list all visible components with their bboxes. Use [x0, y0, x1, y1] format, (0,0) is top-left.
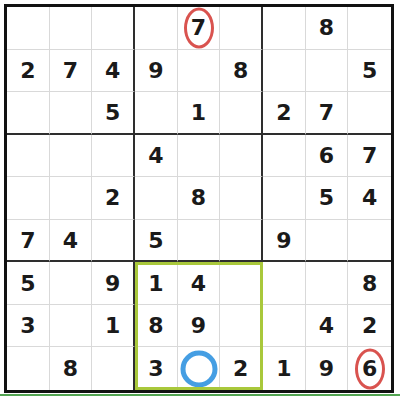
sudoku-cell-r8c8[interactable]: 4: [306, 305, 349, 348]
sudoku-cell-r8c1[interactable]: 3: [7, 305, 50, 348]
sudoku-cell-r3c4[interactable]: [135, 92, 178, 135]
sudoku-cell-r9c1[interactable]: [7, 347, 50, 390]
sudoku-cell-r5c2[interactable]: [50, 177, 93, 220]
sudoku-cell-r1c4[interactable]: [135, 7, 178, 50]
sudoku-cell-r3c8[interactable]: 7: [306, 92, 349, 135]
sudoku-cell-r3c1[interactable]: [7, 92, 50, 135]
sudoku-cell-r6c2[interactable]: 4: [50, 220, 93, 263]
sudoku-cell-r6c3[interactable]: [92, 220, 135, 263]
sudoku-cell-r9c3[interactable]: [92, 347, 135, 390]
sudoku-cell-r5c6[interactable]: [220, 177, 263, 220]
sudoku-cell-r7c3[interactable]: 9: [92, 262, 135, 305]
sudoku-cell-r4c7[interactable]: [263, 135, 306, 178]
sudoku-cell-r7c2[interactable]: [50, 262, 93, 305]
sudoku-cell-r1c6[interactable]: [220, 7, 263, 50]
sudoku-cell-r3c7[interactable]: 2: [263, 92, 306, 135]
sudoku-cell-r7c7[interactable]: [263, 262, 306, 305]
sudoku-cell-r4c6[interactable]: [220, 135, 263, 178]
sudoku-cell-r7c8[interactable]: [306, 262, 349, 305]
sudoku-cell-r6c6[interactable]: [220, 220, 263, 263]
sudoku-cell-r2c1[interactable]: 2: [7, 50, 50, 93]
sudoku-cell-r8c6[interactable]: [220, 305, 263, 348]
sudoku-cell-r3c9[interactable]: [348, 92, 391, 135]
sudoku-cell-r3c2[interactable]: [50, 92, 93, 135]
sudoku-cell-r4c2[interactable]: [50, 135, 93, 178]
sudoku-cell-r2c2[interactable]: 7: [50, 50, 93, 93]
sudoku-cell-r4c4[interactable]: 4: [135, 135, 178, 178]
sudoku-cell-r9c5[interactable]: [178, 347, 221, 390]
sudoku-cell-r8c7[interactable]: [263, 305, 306, 348]
sudoku-cell-r3c5[interactable]: 1: [178, 92, 221, 135]
sudoku-cell-r2c8[interactable]: [306, 50, 349, 93]
sudoku-cell-r2c6[interactable]: 8: [220, 50, 263, 93]
sudoku-cell-r6c7[interactable]: 9: [263, 220, 306, 263]
sudoku-cell-r6c4[interactable]: 5: [135, 220, 178, 263]
sudoku-cell-r8c4[interactable]: 8: [135, 305, 178, 348]
sudoku-board: 7827498551274672854745959148318942832196: [4, 4, 394, 393]
sudoku-cell-r5c3[interactable]: 2: [92, 177, 135, 220]
sudoku-cell-r9c2[interactable]: 8: [50, 347, 93, 390]
sudoku-cell-r7c9[interactable]: 8: [348, 262, 391, 305]
sudoku-cell-r4c3[interactable]: [92, 135, 135, 178]
sudoku-cell-r3c3[interactable]: 5: [92, 92, 135, 135]
bottom-green-line: [0, 394, 400, 396]
sudoku-cell-r1c2[interactable]: [50, 7, 93, 50]
sudoku-cell-r4c5[interactable]: [178, 135, 221, 178]
sudoku-cell-r7c4[interactable]: 1: [135, 262, 178, 305]
sudoku-cell-r2c4[interactable]: 9: [135, 50, 178, 93]
sudoku-cell-r1c9[interactable]: [348, 7, 391, 50]
sudoku-cell-r1c8[interactable]: 8: [306, 7, 349, 50]
sudoku-cell-r9c8[interactable]: 9: [306, 347, 349, 390]
sudoku-cell-r1c5[interactable]: 7: [178, 7, 221, 50]
sudoku-cell-r5c1[interactable]: [7, 177, 50, 220]
sudoku-cell-r7c6[interactable]: [220, 262, 263, 305]
sudoku-cell-r7c5[interactable]: 4: [178, 262, 221, 305]
sudoku-cell-r5c7[interactable]: [263, 177, 306, 220]
sudoku-cell-r5c8[interactable]: 5: [306, 177, 349, 220]
sudoku-cell-r9c6[interactable]: 2: [220, 347, 263, 390]
sudoku-cell-r8c2[interactable]: [50, 305, 93, 348]
sudoku-cell-r8c5[interactable]: 9: [178, 305, 221, 348]
sudoku-cell-r4c8[interactable]: 6: [306, 135, 349, 178]
sudoku-cell-r2c3[interactable]: 4: [92, 50, 135, 93]
sudoku-cell-r4c1[interactable]: [7, 135, 50, 178]
sudoku-cell-r5c5[interactable]: 8: [178, 177, 221, 220]
sudoku-cell-r1c7[interactable]: [263, 7, 306, 50]
sudoku-cell-r9c4[interactable]: 3: [135, 347, 178, 390]
sudoku-cell-r2c5[interactable]: [178, 50, 221, 93]
sudoku-cell-r2c9[interactable]: 5: [348, 50, 391, 93]
sudoku-cell-r6c1[interactable]: 7: [7, 220, 50, 263]
sudoku-cell-r3c6[interactable]: [220, 92, 263, 135]
sudoku-cell-r8c3[interactable]: 1: [92, 305, 135, 348]
sudoku-cell-r9c9[interactable]: 6: [348, 347, 391, 390]
sudoku-cell-r9c7[interactable]: 1: [263, 347, 306, 390]
sudoku-cell-r8c9[interactable]: 2: [348, 305, 391, 348]
sudoku-cell-r7c1[interactable]: 5: [7, 262, 50, 305]
sudoku-cell-r6c5[interactable]: [178, 220, 221, 263]
sudoku-cell-r5c9[interactable]: 4: [348, 177, 391, 220]
sudoku-cell-r5c4[interactable]: [135, 177, 178, 220]
sudoku-cell-r1c1[interactable]: [7, 7, 50, 50]
sudoku-cell-r6c8[interactable]: [306, 220, 349, 263]
sudoku-cell-r6c9[interactable]: [348, 220, 391, 263]
sudoku-cell-r2c7[interactable]: [263, 50, 306, 93]
sudoku-cell-r1c3[interactable]: [92, 7, 135, 50]
sudoku-cell-r4c9[interactable]: 7: [348, 135, 391, 178]
